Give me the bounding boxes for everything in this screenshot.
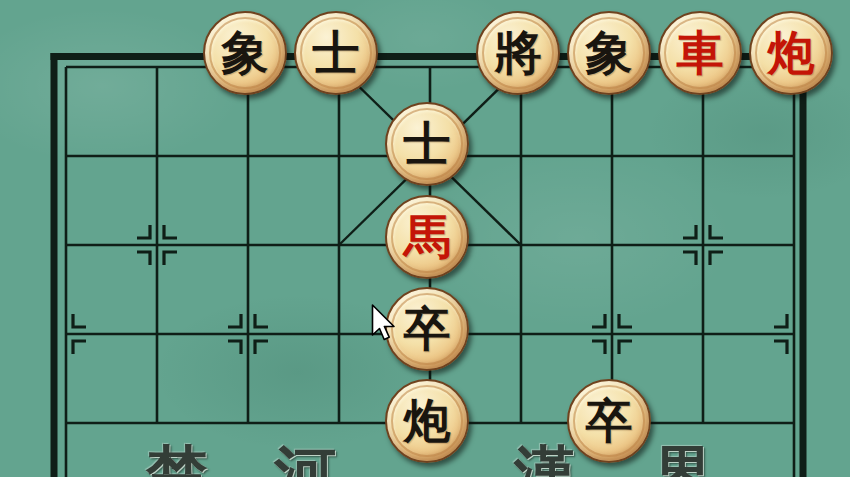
piece-glyph: 士: [313, 30, 360, 77]
piece-red-cannon[interactable]: 炮: [749, 11, 833, 95]
piece-black-advisor[interactable]: 士: [385, 102, 469, 186]
piece-black-elephant[interactable]: 象: [203, 11, 287, 95]
piece-black-elephant[interactable]: 象: [567, 11, 651, 95]
piece-glyph: 卒: [404, 306, 451, 353]
piece-glyph: 象: [222, 30, 269, 77]
piece-glyph: 炮: [404, 398, 451, 445]
piece-glyph: 馬: [404, 214, 451, 261]
piece-black-advisor[interactable]: 士: [294, 11, 378, 95]
piece-glyph: 士: [404, 121, 451, 168]
piece-black-soldier[interactable]: 卒: [385, 287, 469, 371]
piece-glyph: 卒: [586, 398, 633, 445]
piece-red-horse[interactable]: 馬: [385, 195, 469, 279]
mouse-cursor: [371, 304, 397, 342]
piece-red-chariot[interactable]: 車: [658, 11, 742, 95]
piece-glyph: 車: [677, 30, 724, 77]
piece-black-cannon[interactable]: 炮: [385, 379, 469, 463]
piece-glyph: 象: [586, 30, 633, 77]
piece-glyph: 將: [495, 30, 542, 77]
xiangqi-board: 象士將象車炮士馬卒炮卒 楚 河 漢 界: [0, 0, 850, 477]
piece-glyph: 炮: [768, 30, 815, 77]
piece-black-general[interactable]: 將: [476, 11, 560, 95]
piece-black-soldier[interactable]: 卒: [567, 379, 651, 463]
